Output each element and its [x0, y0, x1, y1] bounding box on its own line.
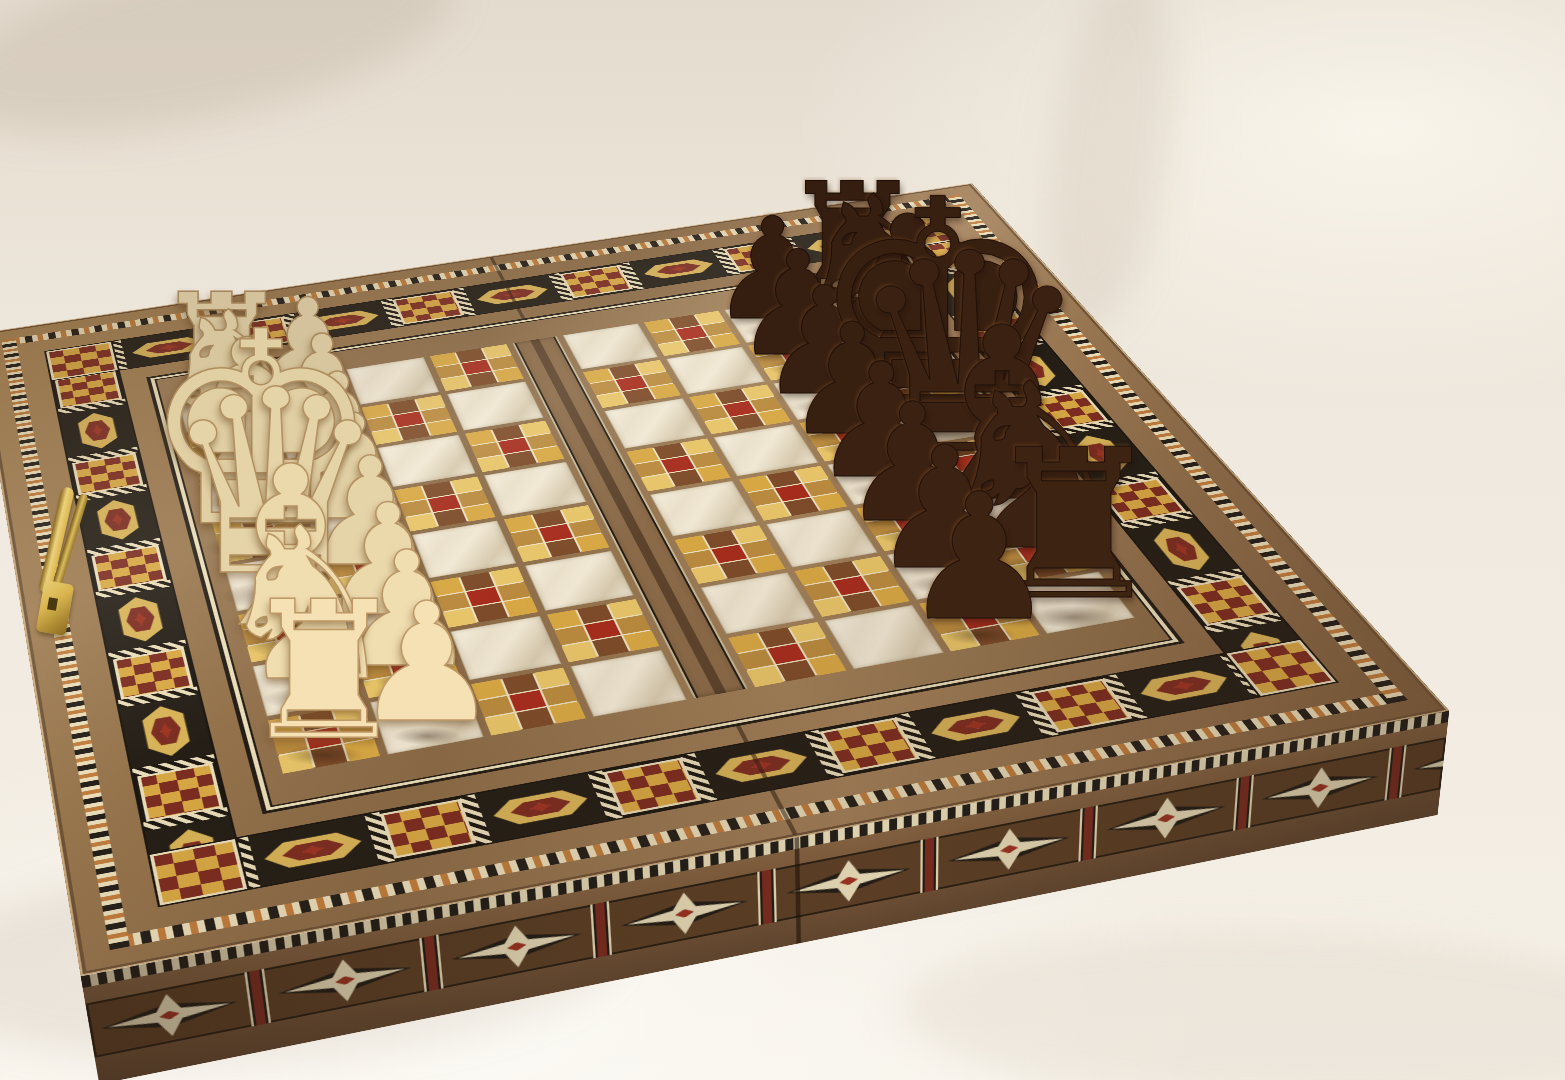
mosaic-tessera [502, 673, 538, 694]
mosaic-tessera [477, 455, 509, 472]
square-b5[interactable] [701, 572, 815, 634]
eye-motif [1334, 640, 1336, 668]
mosaic-tessera [510, 529, 543, 547]
mosaic-tessera [703, 530, 738, 548]
mosaic-tessera [813, 597, 850, 617]
mosaic-tessera [712, 545, 747, 564]
eye-motif [114, 594, 168, 646]
mosaic-tessera [623, 631, 659, 651]
eye-motif-inner [280, 835, 347, 866]
border-mosaic-tile [108, 640, 187, 661]
mosaic-tessera [596, 392, 627, 408]
eye-motif-inner [507, 792, 574, 822]
mosaic-tessera [467, 371, 497, 386]
mosaic-tessera [585, 620, 621, 640]
eye-motif-center [187, 848, 202, 855]
mosaic-tessera [546, 538, 580, 556]
border-mosaic-tile [804, 730, 844, 778]
brass-latch-icon [22, 486, 112, 661]
eye-motif [261, 827, 366, 874]
eye-motif-inner [1244, 637, 1297, 653]
eye-motif [923, 704, 1028, 746]
mosaic-tessera [833, 576, 870, 595]
mosaic-tessera [539, 524, 573, 542]
mosaic-tessera [641, 474, 674, 491]
square-d4[interactable] [504, 505, 609, 562]
mosaic-tessera [533, 510, 566, 528]
eye-motif-center [159, 723, 172, 739]
eye-motif-inner [653, 261, 703, 278]
eye-motif [1132, 665, 1237, 706]
mosaic-tessera [549, 702, 586, 724]
fold-seam [735, 724, 797, 835]
border-mosaic-tile [1204, 613, 1283, 634]
mosaic-tessera [697, 465, 730, 482]
eye-motif-center [92, 425, 103, 437]
border-mosaic-tile [894, 713, 936, 760]
border-mosaic-tile [248, 815, 380, 887]
border-mosaic-tile [119, 694, 213, 769]
mosaic-tessera [505, 451, 537, 468]
eye-motif-center [749, 760, 773, 771]
eye-motif [709, 744, 814, 788]
mosaic-tessera [504, 515, 537, 533]
square-a5[interactable] [728, 622, 846, 687]
eye-motif-center [964, 720, 988, 731]
border-mosaic-tile [145, 816, 235, 855]
border-mosaic-tile [380, 799, 477, 859]
eye-motif-inner [82, 417, 113, 444]
eye-motif-center [112, 513, 124, 526]
mosaic-tessera [517, 543, 551, 561]
mosaic-tessera [493, 367, 523, 382]
mosaic-tessera [532, 446, 564, 463]
fabric-fold [897, 916, 1565, 1080]
mosaic-tessera [824, 561, 860, 580]
border-mosaic-tile [1317, 640, 1336, 678]
border-mosaic-tile [113, 647, 194, 699]
eye-motif-center [529, 801, 553, 813]
mosaic-tessera [615, 615, 651, 635]
border-mosaic-tile [819, 718, 920, 774]
mosaic-tessera [561, 505, 594, 523]
mosaic-tessera [575, 533, 609, 551]
mosaic-tessera [497, 582, 531, 601]
eye-motif-inner [728, 751, 795, 780]
border-mosaic-tile [143, 807, 229, 831]
mosaic-tessera [503, 597, 538, 617]
mosaic-tessera [798, 638, 836, 659]
border-mosaic-tile [460, 794, 493, 845]
mosaic-tessera [510, 690, 546, 712]
mosaic-tessera [728, 633, 765, 653]
eye-motif-inner [1150, 672, 1218, 699]
eye-motif-center [1172, 680, 1196, 691]
eye-motif-inner [147, 712, 184, 750]
mosaic-tessera [623, 388, 654, 404]
mosaic-tessera [777, 660, 815, 681]
eye-motif [640, 256, 718, 281]
border-mosaic-tile [392, 291, 464, 325]
border-mosaic-tile [1219, 652, 1267, 697]
black-pawn-a7[interactable]: ♟ [901, 471, 1057, 646]
eye-motif-center [301, 844, 324, 856]
mosaic-tessera [534, 667, 570, 688]
square-c5[interactable] [675, 525, 786, 584]
mosaic-tessera [577, 604, 612, 624]
mosaic-tessera [749, 554, 785, 573]
square-c4[interactable] [525, 551, 634, 611]
square-d5[interactable] [650, 481, 757, 537]
border-mosaic-tile [364, 812, 395, 864]
eye-motif [488, 785, 593, 830]
border-mosaic-tile [118, 686, 199, 708]
mosaic-tessera [658, 341, 689, 356]
border-mosaic-tile [150, 841, 244, 903]
border-mosaic-tile [1210, 620, 1300, 653]
mosaic-tessera [554, 625, 590, 645]
border-mosaic-tile [680, 753, 717, 802]
mosaic-tessera [789, 622, 826, 642]
border-mosaic-tile [1116, 655, 1254, 718]
border-mosaic-tile [474, 773, 608, 842]
mosaic-tessera [737, 649, 774, 670]
eye-motif-inner [942, 711, 1010, 739]
fabric-fold [0, 0, 471, 172]
mosaic-tessera [794, 566, 830, 585]
border-mosaic-tile [137, 763, 223, 822]
mosaic-tessera [691, 565, 726, 584]
mosaic-tessera [747, 489, 781, 507]
border-mosaic-tile [1304, 640, 1336, 681]
mosaic-tessera [568, 519, 602, 537]
mosaic-tessera [649, 384, 681, 399]
border-mosaic-tile [232, 837, 260, 890]
mosaic-tessera [669, 469, 702, 486]
mosaic-tessera [741, 540, 776, 559]
border-mosaic-tile [603, 758, 702, 816]
eye-motif-inner [123, 602, 158, 636]
border-mosaic-tile [1015, 691, 1059, 737]
mosaic-tessera [517, 707, 554, 729]
border-corner-tile [150, 839, 248, 905]
mosaic-tessera [683, 550, 718, 569]
eye-motif [74, 410, 122, 452]
border-mosaic-tile [587, 770, 623, 820]
mosaic-tessera [592, 636, 628, 656]
eye-motif-center [670, 265, 688, 272]
photo-scene: ♜♟♟♜♞♟♟♞♝♟♟♝♚♟♟♚♛♟♟♛♝♟♟♝♞♟♟♞♜♟♟♜ [0, 0, 1565, 1080]
eye-motif [1230, 628, 1300, 654]
white-rook-a1[interactable]: ♜ [238, 576, 409, 766]
mosaic-tessera [607, 599, 642, 619]
mosaic-tessera [759, 627, 796, 647]
border-mosaic-tile [132, 754, 216, 777]
mosaic-tessera [675, 535, 710, 553]
square-b4[interactable] [547, 599, 659, 662]
mosaic-tessera [768, 643, 806, 664]
eye-motif-center [134, 612, 146, 626]
eye-motif [164, 825, 226, 855]
border-mosaic-tile [1234, 641, 1336, 693]
mosaic-tessera [804, 581, 841, 600]
border-mosaic-tile [694, 733, 829, 800]
border-mosaic-tile [1168, 568, 1245, 588]
mosaic-tessera [732, 525, 767, 543]
border-corner-tile [1226, 640, 1336, 696]
mosaic-tessera [756, 503, 791, 521]
eye-motif-inner [175, 836, 215, 855]
mosaic-tessera [808, 655, 846, 676]
square-e4[interactable] [484, 462, 586, 516]
square-a4[interactable] [570, 650, 686, 717]
mosaic-tessera [720, 560, 755, 579]
mosaic-tessera [562, 641, 598, 662]
border-mosaic-tile [1102, 674, 1148, 720]
eye-motif-center [1172, 542, 1191, 556]
border-mosaic-tile [1176, 576, 1274, 626]
eye-motif-center [1260, 648, 1281, 654]
mosaic-tessera [746, 666, 784, 687]
mosaic-tessera [547, 609, 582, 629]
mosaic-tessera [440, 376, 470, 391]
eye-motif [137, 702, 195, 760]
border-mosaic-tile [908, 693, 1045, 758]
mosaic-tessera [541, 684, 578, 705]
border-mosaic-tile [1030, 679, 1133, 733]
